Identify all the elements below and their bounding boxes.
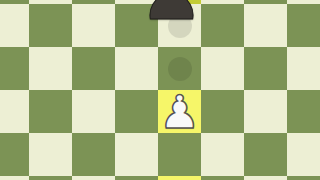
square-c5[interactable]	[72, 47, 115, 90]
square-e6[interactable]	[158, 4, 201, 47]
square-g5[interactable]	[244, 47, 287, 90]
square-d3[interactable]	[115, 133, 158, 176]
square-h5[interactable]	[287, 47, 320, 90]
square-f3[interactable]	[201, 133, 244, 176]
square-h6[interactable]	[287, 4, 320, 47]
square-e4[interactable]	[158, 90, 201, 133]
square-a2[interactable]	[0, 176, 29, 180]
chess-board[interactable]	[0, 0, 320, 180]
square-h4[interactable]	[287, 90, 320, 133]
square-d6[interactable]	[115, 4, 158, 47]
square-h2[interactable]	[287, 176, 320, 180]
square-b2[interactable]	[29, 176, 72, 180]
square-d4[interactable]	[115, 90, 158, 133]
square-f5[interactable]	[201, 47, 244, 90]
move-hint-e6[interactable]	[168, 14, 192, 38]
square-b6[interactable]	[29, 4, 72, 47]
square-b3[interactable]	[29, 133, 72, 176]
square-c3[interactable]	[72, 133, 115, 176]
square-c2[interactable]	[72, 176, 115, 180]
square-b4[interactable]	[29, 90, 72, 133]
square-a4[interactable]	[0, 90, 29, 133]
square-d2[interactable]	[115, 176, 158, 180]
square-f2[interactable]	[201, 176, 244, 180]
square-c6[interactable]	[72, 4, 115, 47]
square-g2[interactable]	[244, 176, 287, 180]
square-a6[interactable]	[0, 4, 29, 47]
square-d5[interactable]	[115, 47, 158, 90]
chess-board-viewport: ♟♟	[0, 0, 320, 180]
square-g6[interactable]	[244, 4, 287, 47]
square-c4[interactable]	[72, 90, 115, 133]
square-e3[interactable]	[158, 133, 201, 176]
square-e5[interactable]	[158, 47, 201, 90]
move-hint-e5[interactable]	[168, 57, 192, 81]
square-b5[interactable]	[29, 47, 72, 90]
square-h3[interactable]	[287, 133, 320, 176]
square-a5[interactable]	[0, 47, 29, 90]
square-e2[interactable]	[158, 176, 201, 180]
square-g4[interactable]	[244, 90, 287, 133]
square-f4[interactable]	[201, 90, 244, 133]
square-f6[interactable]	[201, 4, 244, 47]
square-g3[interactable]	[244, 133, 287, 176]
square-a3[interactable]	[0, 133, 29, 176]
